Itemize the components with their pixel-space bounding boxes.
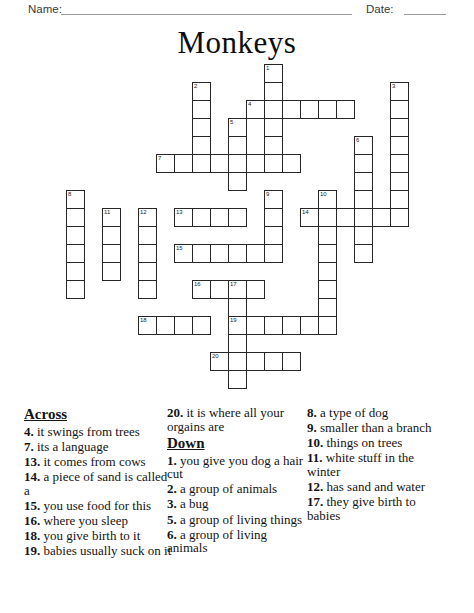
clue: 15. you use food for this [24, 499, 172, 513]
grid-cell[interactable] [102, 226, 121, 245]
grid-cell[interactable] [390, 100, 409, 119]
grid-cell[interactable] [228, 352, 247, 371]
grid-cell[interactable] [318, 262, 337, 281]
grid-cell[interactable] [264, 82, 283, 101]
clue: 7. its a language [24, 440, 172, 454]
grid-cell[interactable] [156, 316, 175, 335]
grid-cell[interactable]: 12 [138, 208, 157, 227]
grid-cell[interactable] [192, 208, 211, 227]
grid-cell-number: 14 [302, 209, 309, 216]
grid-cell[interactable] [264, 244, 283, 263]
grid-cell[interactable] [228, 244, 247, 263]
clue: 6. a group of living animals [167, 528, 309, 555]
clue: 1. you give you dog a hair cut [167, 454, 309, 481]
clues-column-middle: 20. it is where all your orgains are Dow… [167, 406, 309, 556]
grid-cell[interactable]: 17 [228, 280, 247, 299]
clue-number: 3. [167, 496, 177, 511]
grid-cell-number: 2 [194, 83, 197, 90]
grid-cell[interactable] [336, 100, 355, 119]
clue: 3. a bug [167, 497, 309, 511]
grid-cell[interactable] [228, 154, 247, 173]
clue-number: 16. [24, 513, 40, 528]
grid-cell[interactable] [354, 226, 373, 245]
clue-number: 14. [24, 469, 40, 484]
grid-cell[interactable]: 20 [210, 352, 229, 371]
grid-cell[interactable] [66, 262, 85, 281]
clue-number: 15. [24, 498, 40, 513]
name-label: Name: [28, 3, 62, 15]
grid-cell[interactable] [192, 154, 211, 173]
grid-cell-number: 8 [68, 191, 71, 198]
clue-number: 7. [24, 439, 34, 454]
grid-cell[interactable] [228, 172, 247, 191]
clues-column-right: 8. a type of dog9. smaller than a branch… [307, 406, 443, 524]
grid-cell[interactable] [246, 316, 265, 335]
grid-cell[interactable] [264, 226, 283, 245]
grid-cell-number: 12 [140, 209, 147, 216]
grid-cell[interactable] [318, 280, 337, 299]
clue: 19. babies usually suck on it [24, 544, 172, 558]
clue: 10. things on trees [307, 436, 443, 450]
clue: 2. a group of animals [167, 482, 309, 496]
grid-cell[interactable]: 9 [264, 190, 283, 209]
clue: 12. has sand and water [307, 480, 443, 494]
grid-cell[interactable] [264, 100, 283, 119]
grid-cell[interactable] [390, 172, 409, 191]
grid-cell[interactable] [282, 100, 301, 119]
grid-cell[interactable]: 10 [318, 190, 337, 209]
grid-cell[interactable] [66, 226, 85, 245]
grid-cell-number: 7 [158, 155, 161, 162]
clue-number: 2. [167, 481, 177, 496]
grid-cell-number: 13 [176, 209, 183, 216]
grid-cell[interactable] [138, 280, 157, 299]
grid-cell[interactable]: 4 [246, 100, 265, 119]
clue-number: 18. [24, 528, 40, 543]
grid-cell[interactable] [336, 208, 355, 227]
grid-cell[interactable] [264, 316, 283, 335]
clue-number: 8. [307, 405, 317, 420]
grid-cell[interactable] [210, 280, 229, 299]
grid-cell[interactable] [390, 208, 409, 227]
grid-cell[interactable] [102, 262, 121, 281]
grid-cell-number: 5 [230, 119, 233, 126]
grid-cell[interactable] [318, 316, 337, 335]
grid-cell[interactable] [228, 298, 247, 317]
grid-cell[interactable]: 3 [390, 82, 409, 101]
grid-cell[interactable]: 16 [192, 280, 211, 299]
grid-cell[interactable] [300, 316, 319, 335]
down-clues-list: 1. you give you dog a hair cut2. a group… [167, 454, 309, 555]
grid-cell[interactable] [192, 316, 211, 335]
grid-cell[interactable] [354, 172, 373, 191]
grid-cell[interactable] [300, 100, 319, 119]
date-input-line[interactable] [404, 14, 446, 15]
grid-cell[interactable] [210, 208, 229, 227]
grid-cell[interactable] [228, 136, 247, 155]
grid-cell[interactable] [264, 118, 283, 137]
grid-cell[interactable] [354, 190, 373, 209]
grid-cell-number: 15 [176, 245, 183, 252]
grid-cell[interactable] [390, 136, 409, 155]
clue: 11. white stuff in the winter [307, 451, 443, 478]
grid-cell-number: 18 [140, 317, 147, 324]
grid-cell[interactable] [138, 226, 157, 245]
grid-cell[interactable] [102, 244, 121, 263]
grid-cell[interactable] [66, 280, 85, 299]
clue-number: 10. [307, 435, 323, 450]
grid-cell[interactable] [354, 244, 373, 263]
clue: 14. a piece of sand is called a [24, 470, 172, 497]
grid-cell[interactable] [246, 280, 265, 299]
grid-cell[interactable] [390, 190, 409, 209]
date-label: Date: [366, 3, 394, 15]
name-input-line[interactable] [61, 14, 352, 15]
clue-number: 4. [24, 424, 34, 439]
page-title: Monkeys [0, 25, 474, 61]
across-clues-list: 4. it swings from trees7. its a language… [24, 425, 172, 558]
clue: 9. smaller than a branch [307, 421, 443, 435]
across-clues-overflow-list: 20. it is where all your orgains are [167, 406, 309, 433]
grid-cell[interactable] [354, 208, 373, 227]
grid-cell[interactable] [264, 208, 283, 227]
clue-number: 6. [167, 527, 177, 542]
grid-cell[interactable] [246, 244, 265, 263]
grid-cell-number: 11 [104, 209, 110, 216]
clue-number: 9. [307, 420, 317, 435]
crossword-grid: 1234567891011121314151617181920 [66, 64, 409, 389]
clue-number: 11. [307, 450, 323, 465]
down-clues-overflow-list: 8. a type of dog9. smaller than a branch… [307, 406, 443, 522]
clue: 20. it is where all your orgains are [167, 406, 309, 433]
grid-cell[interactable] [192, 136, 211, 155]
grid-cell[interactable]: 6 [354, 136, 373, 155]
clue-number: 17. [307, 494, 323, 509]
grid-cell[interactable]: 15 [174, 244, 193, 263]
grid-cell[interactable] [264, 352, 283, 371]
grid-cell[interactable] [318, 226, 337, 245]
crossword-worksheet: { "game": "crossword", "title": "Monkeys… [0, 0, 474, 613]
grid-cell-number: 19 [230, 317, 237, 324]
grid-cell[interactable] [372, 208, 391, 227]
grid-cell[interactable]: 18 [138, 316, 157, 335]
across-header: Across [24, 406, 172, 422]
grid-cell[interactable] [228, 370, 247, 389]
grid-cell-number: 6 [356, 137, 359, 144]
grid-cell[interactable] [264, 136, 283, 155]
grid-cell[interactable] [66, 244, 85, 263]
grid-cell[interactable] [282, 352, 301, 371]
grid-cell[interactable] [282, 316, 301, 335]
clues-column-left: Across 4. it swings from trees7. its a l… [24, 406, 172, 559]
grid-cell[interactable]: 14 [300, 208, 319, 227]
grid-cell[interactable] [174, 316, 193, 335]
grid-cell[interactable] [192, 100, 211, 119]
grid-cell[interactable] [318, 208, 337, 227]
grid-cell-number: 10 [320, 191, 327, 198]
grid-cell[interactable]: 2 [192, 82, 211, 101]
grid-cell[interactable] [210, 244, 229, 263]
grid-cell[interactable]: 13 [174, 208, 193, 227]
grid-cell-number: 1 [266, 65, 269, 72]
grid-cell[interactable] [318, 100, 337, 119]
grid-cell[interactable] [192, 244, 211, 263]
grid-cell-number: 16 [194, 281, 201, 288]
clue-number: 19. [24, 543, 40, 558]
grid-cell[interactable]: 8 [66, 190, 85, 209]
clue: 8. a type of dog [307, 406, 443, 420]
grid-cell[interactable] [138, 244, 157, 263]
clue-number: 12. [307, 479, 323, 494]
grid-cell[interactable] [138, 262, 157, 281]
down-header: Down [167, 435, 309, 451]
grid-cell[interactable]: 7 [156, 154, 175, 173]
clue-number: 13. [24, 454, 40, 469]
grid-cell-number: 20 [212, 353, 219, 360]
grid-cell[interactable]: 1 [264, 64, 283, 83]
grid-cell[interactable] [66, 208, 85, 227]
clue: 17. they give birth to babies [307, 495, 443, 522]
grid-cell[interactable]: 5 [228, 118, 247, 137]
grid-cell[interactable] [318, 244, 337, 263]
grid-cell[interactable] [390, 154, 409, 173]
clue: 18. you give birth to it [24, 529, 172, 543]
grid-cell[interactable] [246, 352, 265, 371]
grid-cell[interactable] [228, 208, 247, 227]
clue: 13. it comes from cows [24, 455, 172, 469]
grid-cell[interactable] [174, 154, 193, 173]
clue-number: 1. [167, 453, 177, 468]
clue: 4. it swings from trees [24, 425, 172, 439]
grid-cell[interactable]: 19 [228, 316, 247, 335]
grid-cell[interactable] [390, 118, 409, 137]
grid-cell[interactable] [210, 154, 229, 173]
grid-cell[interactable] [354, 154, 373, 173]
grid-cell-number: 9 [266, 191, 269, 198]
grid-cell[interactable] [318, 298, 337, 317]
clue: 16. where you sleep [24, 514, 172, 528]
clue-number: 20. [167, 405, 183, 420]
grid-cell[interactable]: 11 [102, 208, 121, 227]
clue: 5. a group of living things [167, 513, 309, 527]
grid-cell[interactable] [228, 334, 247, 353]
grid-cell[interactable] [192, 118, 211, 137]
grid-cell-number: 17 [230, 281, 237, 288]
grid-cell-number: 3 [392, 83, 395, 90]
clue-number: 5. [167, 512, 177, 527]
grid-cell[interactable] [282, 154, 301, 173]
grid-cell[interactable] [264, 154, 283, 173]
grid-cell[interactable] [246, 154, 265, 173]
grid-cell-number: 4 [248, 101, 251, 108]
